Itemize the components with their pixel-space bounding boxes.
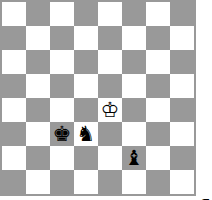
chessboard: ♔♚♞♝	[0, 0, 196, 196]
square-h6[interactable]	[170, 50, 194, 74]
square-h5[interactable]	[170, 74, 194, 98]
black-bishop[interactable]: ♝	[125, 146, 144, 170]
square-a6[interactable]	[2, 50, 26, 74]
square-c6[interactable]	[50, 50, 74, 74]
square-a2[interactable]	[2, 146, 26, 170]
square-e1[interactable]	[98, 170, 122, 194]
square-a8[interactable]	[2, 2, 26, 26]
square-e3[interactable]	[98, 122, 122, 146]
square-e6[interactable]	[98, 50, 122, 74]
square-e5[interactable]	[98, 74, 122, 98]
square-d8[interactable]	[74, 2, 98, 26]
square-a1[interactable]	[2, 170, 26, 194]
square-b1[interactable]	[26, 170, 50, 194]
square-g6[interactable]	[146, 50, 170, 74]
square-h7[interactable]	[170, 26, 194, 50]
square-c3[interactable]: ♚	[50, 122, 74, 146]
square-c2[interactable]	[50, 146, 74, 170]
square-a3[interactable]	[2, 122, 26, 146]
square-g4[interactable]	[146, 98, 170, 122]
square-e7[interactable]	[98, 26, 122, 50]
square-a5[interactable]	[2, 74, 26, 98]
square-g2[interactable]	[146, 146, 170, 170]
square-h2[interactable]	[170, 146, 194, 170]
square-g8[interactable]	[146, 2, 170, 26]
square-f3[interactable]	[122, 122, 146, 146]
square-d2[interactable]	[74, 146, 98, 170]
square-c7[interactable]	[50, 26, 74, 50]
chess-diagram: ♔♚♞♝ caissa.com	[0, 0, 212, 200]
square-f4[interactable]	[122, 98, 146, 122]
square-h3[interactable]	[170, 122, 194, 146]
square-b8[interactable]	[26, 2, 50, 26]
square-h1[interactable]	[170, 170, 194, 194]
square-a4[interactable]	[2, 98, 26, 122]
square-d5[interactable]	[74, 74, 98, 98]
square-d7[interactable]	[74, 26, 98, 50]
square-g7[interactable]	[146, 26, 170, 50]
square-c4[interactable]	[50, 98, 74, 122]
square-b3[interactable]	[26, 122, 50, 146]
square-d6[interactable]	[74, 50, 98, 74]
square-b6[interactable]	[26, 50, 50, 74]
square-g5[interactable]	[146, 74, 170, 98]
black-king[interactable]: ♚	[53, 122, 72, 146]
square-g3[interactable]	[146, 122, 170, 146]
square-a7[interactable]	[2, 26, 26, 50]
white-king[interactable]: ♔	[101, 98, 120, 122]
square-e4[interactable]: ♔	[98, 98, 122, 122]
square-c5[interactable]	[50, 74, 74, 98]
square-e8[interactable]	[98, 2, 122, 26]
square-f8[interactable]	[122, 2, 146, 26]
square-b5[interactable]	[26, 74, 50, 98]
square-f5[interactable]	[122, 74, 146, 98]
square-d1[interactable]	[74, 170, 98, 194]
caissa-watermark: caissa.com	[198, 198, 212, 200]
square-e2[interactable]	[98, 146, 122, 170]
square-d4[interactable]	[74, 98, 98, 122]
square-c8[interactable]	[50, 2, 74, 26]
square-g1[interactable]	[146, 170, 170, 194]
square-d3[interactable]: ♞	[74, 122, 98, 146]
square-b2[interactable]	[26, 146, 50, 170]
square-h8[interactable]	[170, 2, 194, 26]
square-b7[interactable]	[26, 26, 50, 50]
square-f2[interactable]: ♝	[122, 146, 146, 170]
square-f6[interactable]	[122, 50, 146, 74]
square-f1[interactable]	[122, 170, 146, 194]
square-h4[interactable]	[170, 98, 194, 122]
square-b4[interactable]	[26, 98, 50, 122]
black-knight[interactable]: ♞	[77, 122, 96, 146]
square-f7[interactable]	[122, 26, 146, 50]
square-c1[interactable]	[50, 170, 74, 194]
